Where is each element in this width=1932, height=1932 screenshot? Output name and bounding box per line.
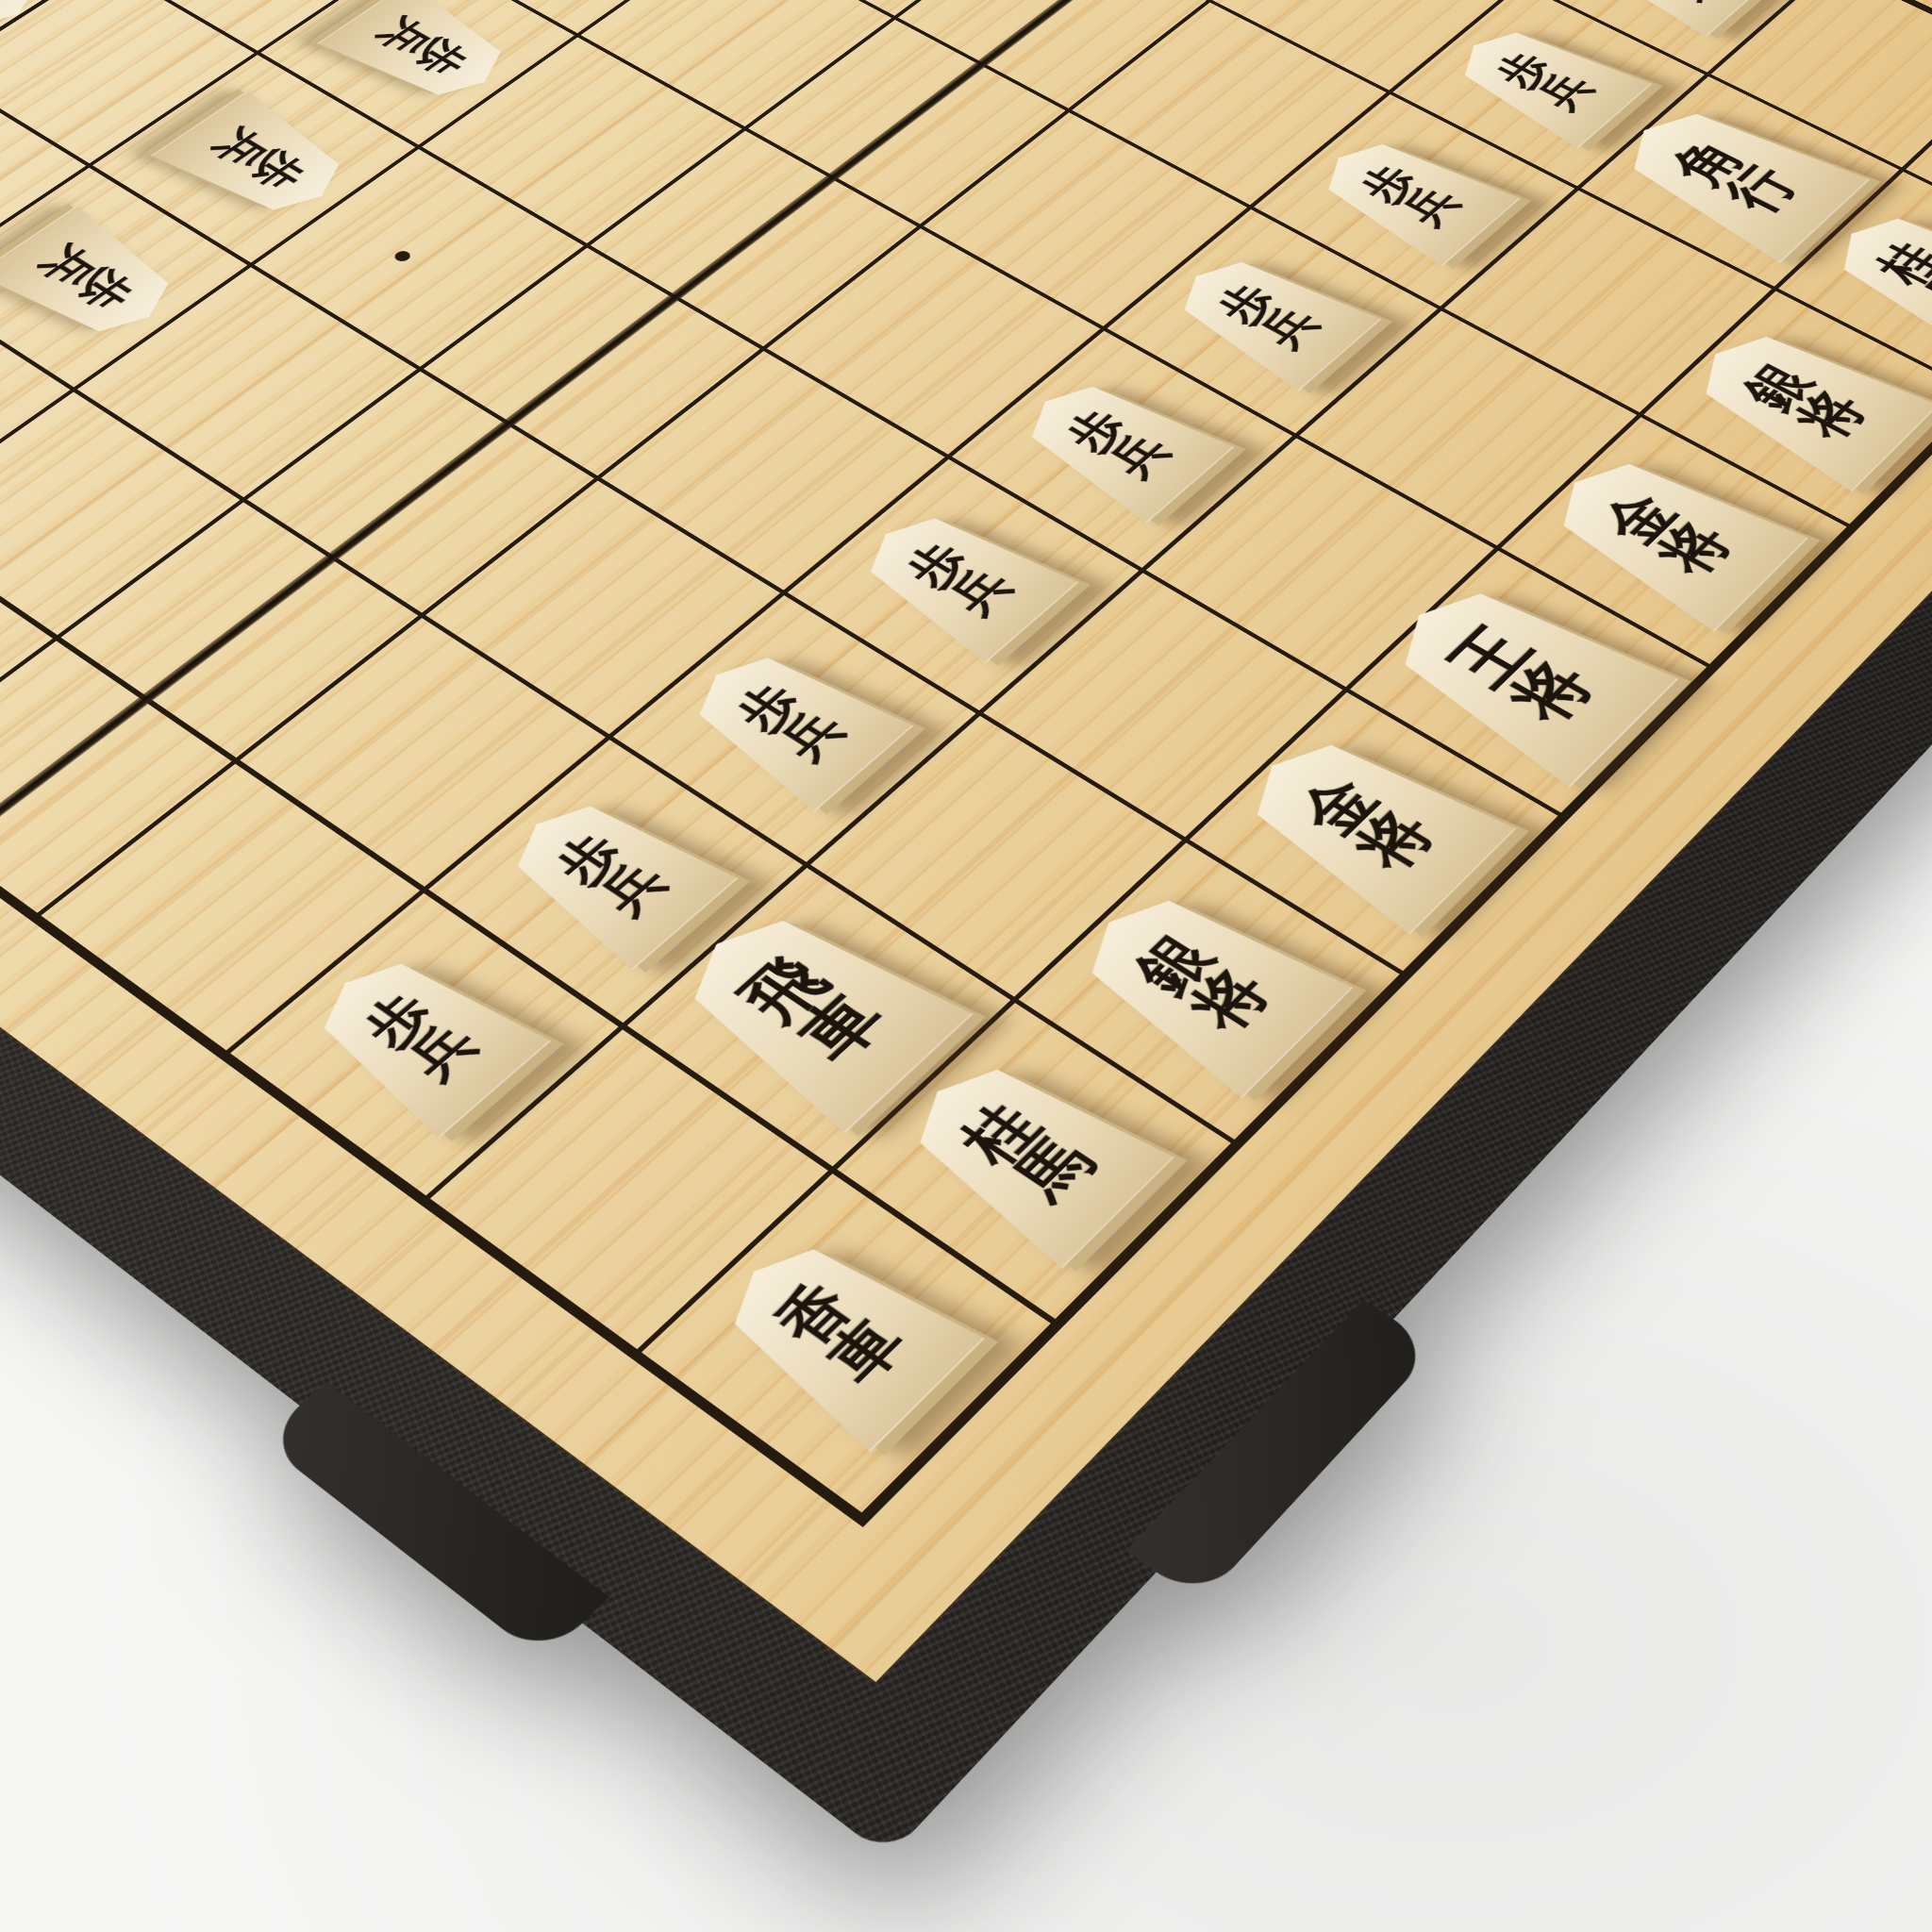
piece-kanji: 金 — [0, 0, 12, 11]
shogi-photo-scene: 香車桂馬銀将金将玉将金将銀将桂馬香車飛車角行歩兵歩兵歩兵歩兵歩兵歩兵歩兵歩兵歩兵… — [0, 0, 1932, 1932]
piece-kanji: 兵 — [1658, 0, 1727, 4]
